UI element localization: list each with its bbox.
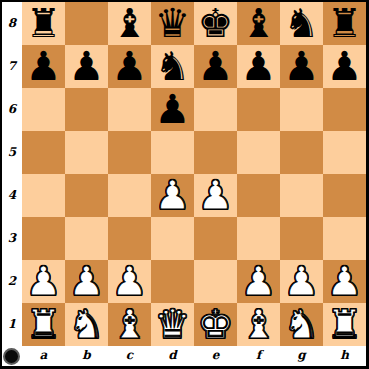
piece-black-bishop[interactable]: ♝ [241,2,277,45]
square-d2[interactable] [151,260,194,303]
square-h2[interactable]: ♟ [323,260,366,303]
piece-black-rook[interactable]: ♜ [26,2,62,45]
square-d8[interactable]: ♛ [151,2,194,45]
file-labels: abcdefgh [22,346,366,366]
piece-black-pawn[interactable]: ♟ [284,45,320,88]
piece-white-bishop[interactable]: ♝ [241,303,277,346]
piece-black-pawn[interactable]: ♟ [26,45,62,88]
file-label-f: f [237,346,280,366]
square-d7[interactable]: ♞ [151,45,194,88]
rank-label-1: 1 [2,303,22,346]
rank-coordinate-strip: 87654321 [2,2,22,346]
piece-white-pawn[interactable]: ♟ [112,260,148,303]
square-f3[interactable] [237,217,280,260]
piece-white-queen[interactable]: ♛ [155,303,191,346]
square-e4[interactable]: ♟ [194,174,237,217]
square-e3[interactable] [194,217,237,260]
piece-black-pawn[interactable]: ♟ [198,45,234,88]
piece-black-pawn[interactable]: ♟ [327,45,363,88]
piece-white-knight[interactable]: ♞ [284,303,320,346]
square-h3[interactable] [323,217,366,260]
square-c3[interactable] [108,217,151,260]
rank-label-3: 3 [2,217,22,260]
square-a2[interactable]: ♟ [22,260,65,303]
file-label-b: b [65,346,108,366]
square-d3[interactable] [151,217,194,260]
square-b7[interactable]: ♟ [65,45,108,88]
square-e2[interactable] [194,260,237,303]
square-b4[interactable] [65,174,108,217]
piece-white-pawn[interactable]: ♟ [198,174,234,217]
square-a4[interactable] [22,174,65,217]
piece-black-pawn[interactable]: ♟ [155,88,191,131]
square-b8[interactable] [65,2,108,45]
file-coordinate-strip: abcdefgh [2,346,366,366]
square-f8[interactable]: ♝ [237,2,280,45]
square-c1[interactable]: ♝ [108,303,151,346]
piece-white-bishop[interactable]: ♝ [112,303,148,346]
square-b6[interactable] [65,88,108,131]
square-g6[interactable] [280,88,323,131]
square-c6[interactable] [108,88,151,131]
piece-black-knight[interactable]: ♞ [155,45,191,88]
chess-board: ♜♝♛♚♝♞♜♟♟♟♞♟♟♟♟♟♟♟♟♟♟♟♟♟♜♞♝♛♚♝♞♜ [22,2,366,346]
square-c2[interactable]: ♟ [108,260,151,303]
square-h8[interactable]: ♜ [323,2,366,45]
file-label-e: e [194,346,237,366]
square-c5[interactable] [108,131,151,174]
square-d6[interactable]: ♟ [151,88,194,131]
rank-label-5: 5 [2,131,22,174]
piece-white-pawn[interactable]: ♟ [327,260,363,303]
square-e7[interactable]: ♟ [194,45,237,88]
square-g1[interactable]: ♞ [280,303,323,346]
piece-white-pawn[interactable]: ♟ [241,260,277,303]
square-f1[interactable]: ♝ [237,303,280,346]
piece-white-pawn[interactable]: ♟ [26,260,62,303]
piece-black-pawn[interactable]: ♟ [112,45,148,88]
rank-label-4: 4 [2,174,22,217]
square-h6[interactable] [323,88,366,131]
square-b2[interactable]: ♟ [65,260,108,303]
piece-white-rook[interactable]: ♜ [327,303,363,346]
rank-label-8: 8 [2,2,22,45]
square-g8[interactable]: ♞ [280,2,323,45]
file-label-a: a [22,346,65,366]
square-h4[interactable] [323,174,366,217]
piece-white-knight[interactable]: ♞ [69,303,105,346]
square-d5[interactable] [151,131,194,174]
piece-white-pawn[interactable]: ♟ [284,260,320,303]
square-b3[interactable] [65,217,108,260]
square-a1[interactable]: ♜ [22,303,65,346]
square-a8[interactable]: ♜ [22,2,65,45]
square-e8[interactable]: ♚ [194,2,237,45]
piece-black-pawn[interactable]: ♟ [241,45,277,88]
square-c8[interactable]: ♝ [108,2,151,45]
piece-black-bishop[interactable]: ♝ [112,2,148,45]
chess-diagram: 87654321 ♜♝♛♚♝♞♜♟♟♟♞♟♟♟♟♟♟♟♟♟♟♟♟♟♜♞♝♛♚♝♞… [0,0,369,369]
piece-white-rook[interactable]: ♜ [26,303,62,346]
square-f7[interactable]: ♟ [237,45,280,88]
square-h5[interactable] [323,131,366,174]
square-f4[interactable] [237,174,280,217]
square-f2[interactable]: ♟ [237,260,280,303]
square-g4[interactable] [280,174,323,217]
square-e1[interactable]: ♚ [194,303,237,346]
square-a7[interactable]: ♟ [22,45,65,88]
piece-white-pawn[interactable]: ♟ [155,174,191,217]
rank-label-2: 2 [2,260,22,303]
square-h1[interactable]: ♜ [323,303,366,346]
square-f6[interactable] [237,88,280,131]
file-label-d: d [151,346,194,366]
square-b5[interactable] [65,131,108,174]
file-label-c: c [108,346,151,366]
piece-black-queen[interactable]: ♛ [155,2,191,45]
square-c4[interactable] [108,174,151,217]
square-h7[interactable]: ♟ [323,45,366,88]
square-c7[interactable]: ♟ [108,45,151,88]
square-f5[interactable] [237,131,280,174]
square-g7[interactable]: ♟ [280,45,323,88]
square-d4[interactable]: ♟ [151,174,194,217]
file-label-g: g [280,346,323,366]
piece-black-rook[interactable]: ♜ [327,2,363,45]
rank-label-6: 6 [2,88,22,131]
file-label-h: h [323,346,366,366]
square-a6[interactable] [22,88,65,131]
piece-black-king[interactable]: ♚ [198,2,234,45]
black-to-move-indicator-icon [3,348,20,365]
square-g3[interactable] [280,217,323,260]
square-g2[interactable]: ♟ [280,260,323,303]
square-a5[interactable] [22,131,65,174]
piece-black-pawn[interactable]: ♟ [69,45,105,88]
square-e5[interactable] [194,131,237,174]
piece-black-knight[interactable]: ♞ [284,2,320,45]
square-g5[interactable] [280,131,323,174]
piece-white-king[interactable]: ♚ [198,303,234,346]
rank-label-7: 7 [2,45,22,88]
square-e6[interactable] [194,88,237,131]
square-a3[interactable] [22,217,65,260]
square-d1[interactable]: ♛ [151,303,194,346]
square-b1[interactable]: ♞ [65,303,108,346]
piece-white-pawn[interactable]: ♟ [69,260,105,303]
